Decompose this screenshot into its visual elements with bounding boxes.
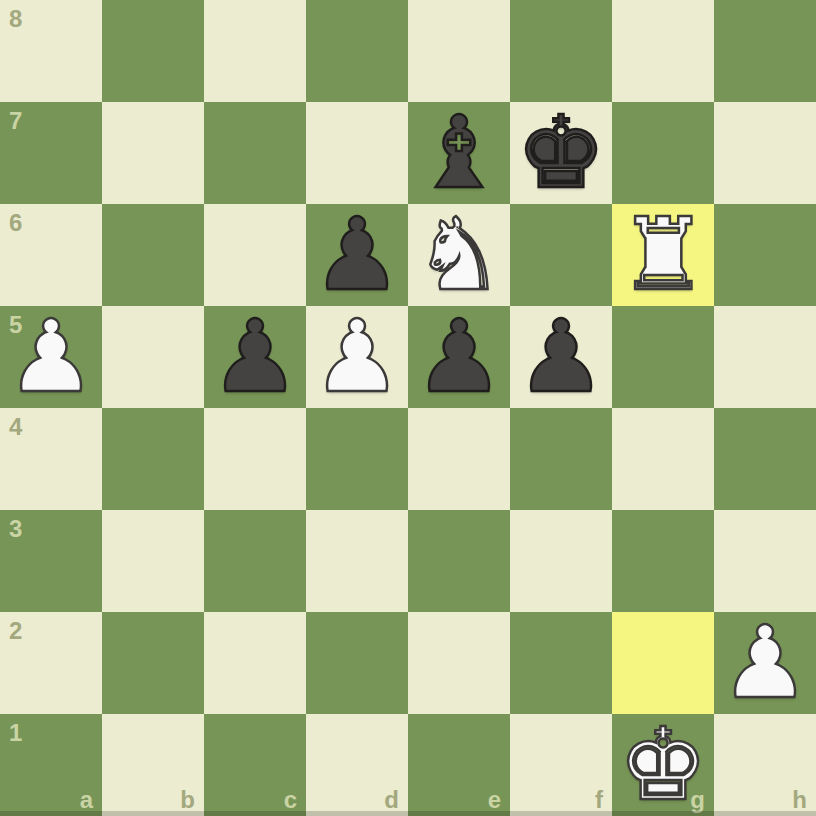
file-label-b: b: [180, 786, 195, 814]
file-label-g: g: [690, 786, 705, 814]
square-e3[interactable]: [408, 510, 510, 612]
square-g5[interactable]: [612, 306, 714, 408]
white-rook-icon[interactable]: ♜: [612, 204, 714, 306]
square-d6[interactable]: ♟: [306, 204, 408, 306]
square-c8[interactable]: [204, 0, 306, 102]
black-pawn-icon[interactable]: ♟: [306, 204, 408, 306]
square-h7[interactable]: [714, 102, 816, 204]
file-label-c: c: [284, 786, 297, 814]
square-f5[interactable]: ♟: [510, 306, 612, 408]
rank-label-6: 6: [9, 209, 22, 237]
square-b3[interactable]: [102, 510, 204, 612]
square-d2[interactable]: [306, 612, 408, 714]
square-b1[interactable]: b: [102, 714, 204, 816]
square-d8[interactable]: [306, 0, 408, 102]
square-c1[interactable]: c: [204, 714, 306, 816]
square-f2[interactable]: [510, 612, 612, 714]
square-h2[interactable]: ♟: [714, 612, 816, 714]
square-g1[interactable]: g♚: [612, 714, 714, 816]
square-b7[interactable]: [102, 102, 204, 204]
square-h5[interactable]: [714, 306, 816, 408]
rank-label-1: 1: [9, 719, 22, 747]
square-a8[interactable]: 8: [0, 0, 102, 102]
square-g4[interactable]: [612, 408, 714, 510]
square-b6[interactable]: [102, 204, 204, 306]
white-pawn-icon[interactable]: ♟: [714, 612, 816, 714]
file-label-a: a: [80, 786, 93, 814]
square-f4[interactable]: [510, 408, 612, 510]
square-e4[interactable]: [408, 408, 510, 510]
white-knight-icon[interactable]: ♞: [408, 204, 510, 306]
square-c7[interactable]: [204, 102, 306, 204]
square-d5[interactable]: ♟: [306, 306, 408, 408]
square-h4[interactable]: [714, 408, 816, 510]
file-label-d: d: [384, 786, 399, 814]
square-h8[interactable]: [714, 0, 816, 102]
square-b2[interactable]: [102, 612, 204, 714]
black-king-icon[interactable]: ♚: [510, 102, 612, 204]
square-h6[interactable]: [714, 204, 816, 306]
black-pawn-icon[interactable]: ♟: [408, 306, 510, 408]
square-c3[interactable]: [204, 510, 306, 612]
rank-label-7: 7: [9, 107, 22, 135]
square-b8[interactable]: [102, 0, 204, 102]
square-d4[interactable]: [306, 408, 408, 510]
rank-label-2: 2: [9, 617, 22, 645]
square-e6[interactable]: ♞: [408, 204, 510, 306]
rank-label-8: 8: [9, 5, 22, 33]
file-label-f: f: [595, 786, 603, 814]
square-e7[interactable]: ♝: [408, 102, 510, 204]
white-pawn-icon[interactable]: ♟: [0, 306, 102, 408]
square-c5[interactable]: ♟: [204, 306, 306, 408]
square-b4[interactable]: [102, 408, 204, 510]
square-c6[interactable]: [204, 204, 306, 306]
square-h3[interactable]: [714, 510, 816, 612]
chess-board: 87♝♚6♟♞♜5♟♟♟♟♟432♟1abcdefg♚h: [0, 0, 816, 816]
square-e8[interactable]: [408, 0, 510, 102]
square-e5[interactable]: ♟: [408, 306, 510, 408]
black-bishop-icon[interactable]: ♝: [408, 102, 510, 204]
white-pawn-icon[interactable]: ♟: [306, 306, 408, 408]
square-f1[interactable]: f: [510, 714, 612, 816]
file-label-e: e: [488, 786, 501, 814]
square-d1[interactable]: d: [306, 714, 408, 816]
square-a1[interactable]: 1a: [0, 714, 102, 816]
square-d7[interactable]: [306, 102, 408, 204]
square-f7[interactable]: ♚: [510, 102, 612, 204]
rank-label-4: 4: [9, 413, 22, 441]
square-g8[interactable]: [612, 0, 714, 102]
square-a7[interactable]: 7: [0, 102, 102, 204]
square-h1[interactable]: h: [714, 714, 816, 816]
black-pawn-icon[interactable]: ♟: [204, 306, 306, 408]
square-e2[interactable]: [408, 612, 510, 714]
square-g3[interactable]: [612, 510, 714, 612]
square-c2[interactable]: [204, 612, 306, 714]
rank-label-3: 3: [9, 515, 22, 543]
square-a5[interactable]: 5♟: [0, 306, 102, 408]
square-b5[interactable]: [102, 306, 204, 408]
square-f6[interactable]: [510, 204, 612, 306]
square-f8[interactable]: [510, 0, 612, 102]
square-d3[interactable]: [306, 510, 408, 612]
square-f3[interactable]: [510, 510, 612, 612]
square-a6[interactable]: 6: [0, 204, 102, 306]
square-g6[interactable]: ♜: [612, 204, 714, 306]
square-c4[interactable]: [204, 408, 306, 510]
square-e1[interactable]: e: [408, 714, 510, 816]
black-pawn-icon[interactable]: ♟: [510, 306, 612, 408]
square-g2[interactable]: [612, 612, 714, 714]
square-a2[interactable]: 2: [0, 612, 102, 714]
square-g7[interactable]: [612, 102, 714, 204]
square-a4[interactable]: 4: [0, 408, 102, 510]
square-a3[interactable]: 3: [0, 510, 102, 612]
file-label-h: h: [792, 786, 807, 814]
